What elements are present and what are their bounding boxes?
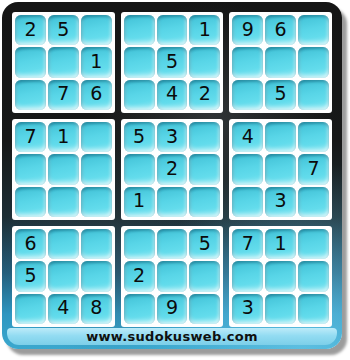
cell-r6c5[interactable] bbox=[157, 187, 188, 217]
cell-r4c4[interactable]: 5 bbox=[124, 122, 155, 152]
cell-r6c9[interactable] bbox=[298, 187, 329, 217]
box-1-3: 965 bbox=[229, 12, 332, 113]
cell-r2c3[interactable]: 1 bbox=[81, 47, 112, 77]
cell-r3c8[interactable]: 5 bbox=[265, 80, 296, 110]
cell-r2c6[interactable] bbox=[189, 47, 220, 77]
given-digit: 4 bbox=[166, 84, 178, 103]
cell-r7c1[interactable]: 6 bbox=[15, 229, 46, 259]
given-digit: 1 bbox=[199, 20, 211, 39]
box-3-1: 6548 bbox=[12, 226, 115, 327]
cell-r3c3[interactable]: 6 bbox=[81, 80, 112, 110]
cell-r5c3[interactable] bbox=[81, 154, 112, 184]
given-digit: 3 bbox=[275, 191, 287, 210]
cell-r4c2[interactable]: 1 bbox=[48, 122, 79, 152]
sudoku-board: 2517615429657153214736548529713 bbox=[12, 12, 332, 327]
cell-r2c7[interactable] bbox=[232, 47, 263, 77]
cell-r7c5[interactable] bbox=[157, 229, 188, 259]
given-digit: 1 bbox=[90, 52, 102, 71]
cell-r9c8[interactable] bbox=[265, 294, 296, 324]
given-digit: 4 bbox=[242, 127, 254, 146]
cell-r3c6[interactable]: 2 bbox=[189, 80, 220, 110]
cell-r6c7[interactable] bbox=[232, 187, 263, 217]
given-digit: 1 bbox=[133, 191, 145, 210]
cell-r7c3[interactable] bbox=[81, 229, 112, 259]
cell-r8c7[interactable] bbox=[232, 261, 263, 291]
given-digit: 5 bbox=[57, 20, 69, 39]
cell-r6c8[interactable]: 3 bbox=[265, 187, 296, 217]
given-digit: 5 bbox=[166, 52, 178, 71]
cell-r8c3[interactable] bbox=[81, 261, 112, 291]
given-digit: 2 bbox=[24, 20, 36, 39]
cell-r9c9[interactable] bbox=[298, 294, 329, 324]
cell-r1c3[interactable] bbox=[81, 15, 112, 45]
cell-r3c5[interactable]: 4 bbox=[157, 80, 188, 110]
cell-r4c7[interactable]: 4 bbox=[232, 122, 263, 152]
cell-r9c1[interactable] bbox=[15, 294, 46, 324]
cell-r3c9[interactable] bbox=[298, 80, 329, 110]
cell-r1c8[interactable]: 6 bbox=[265, 15, 296, 45]
cell-r7c8[interactable]: 1 bbox=[265, 229, 296, 259]
box-3-2: 529 bbox=[121, 226, 224, 327]
given-digit: 5 bbox=[275, 84, 287, 103]
cell-r1c2[interactable]: 5 bbox=[48, 15, 79, 45]
site-link[interactable]: www.sudokusweb.com bbox=[86, 329, 258, 344]
cell-r7c9[interactable] bbox=[298, 229, 329, 259]
box-2-2: 5321 bbox=[121, 119, 224, 220]
cell-r5c9[interactable]: 7 bbox=[298, 154, 329, 184]
given-digit: 5 bbox=[199, 234, 211, 253]
cell-r1c1[interactable]: 2 bbox=[15, 15, 46, 45]
given-digit: 8 bbox=[90, 298, 102, 317]
box-3-3: 713 bbox=[229, 226, 332, 327]
cell-r3c2[interactable]: 7 bbox=[48, 80, 79, 110]
given-digit: 3 bbox=[242, 298, 254, 317]
board-frame: 2517615429657153214736548529713 www.sudo… bbox=[2, 2, 342, 349]
cell-r5c2[interactable] bbox=[48, 154, 79, 184]
cell-r4c1[interactable]: 7 bbox=[15, 122, 46, 152]
cell-r6c6[interactable] bbox=[189, 187, 220, 217]
cell-r8c6[interactable] bbox=[189, 261, 220, 291]
cell-r7c4[interactable] bbox=[124, 229, 155, 259]
cell-r5c5[interactable]: 2 bbox=[157, 154, 188, 184]
given-digit: 2 bbox=[199, 84, 211, 103]
given-digit: 1 bbox=[57, 127, 69, 146]
given-digit: 7 bbox=[307, 159, 319, 178]
cell-r9c2[interactable]: 4 bbox=[48, 294, 79, 324]
given-digit: 6 bbox=[24, 234, 36, 253]
cell-r7c2[interactable] bbox=[48, 229, 79, 259]
cell-r5c1[interactable] bbox=[15, 154, 46, 184]
box-2-1: 71 bbox=[12, 119, 115, 220]
cell-r8c5[interactable] bbox=[157, 261, 188, 291]
given-digit: 9 bbox=[166, 298, 178, 317]
given-digit: 6 bbox=[90, 84, 102, 103]
cell-r6c4[interactable]: 1 bbox=[124, 187, 155, 217]
cell-r2c5[interactable]: 5 bbox=[157, 47, 188, 77]
cell-r9c6[interactable] bbox=[189, 294, 220, 324]
box-2-3: 473 bbox=[229, 119, 332, 220]
cell-r8c4[interactable]: 2 bbox=[124, 261, 155, 291]
given-digit: 3 bbox=[166, 127, 178, 146]
cell-r8c8[interactable] bbox=[265, 261, 296, 291]
given-digit: 5 bbox=[133, 127, 145, 146]
cell-r2c4[interactable] bbox=[124, 47, 155, 77]
cell-r4c5[interactable]: 3 bbox=[157, 122, 188, 152]
cell-r9c3[interactable]: 8 bbox=[81, 294, 112, 324]
cell-r1c4[interactable] bbox=[124, 15, 155, 45]
cell-r2c1[interactable] bbox=[15, 47, 46, 77]
given-digit: 1 bbox=[275, 234, 287, 253]
cell-r6c3[interactable] bbox=[81, 187, 112, 217]
cell-r7c7[interactable]: 7 bbox=[232, 229, 263, 259]
given-digit: 7 bbox=[57, 84, 69, 103]
cell-r6c2[interactable] bbox=[48, 187, 79, 217]
given-digit: 7 bbox=[242, 234, 254, 253]
cell-r4c8[interactable] bbox=[265, 122, 296, 152]
given-digit: 5 bbox=[24, 266, 36, 285]
cell-r2c2[interactable] bbox=[48, 47, 79, 77]
cell-r1c9[interactable] bbox=[298, 15, 329, 45]
cell-r2c8[interactable] bbox=[265, 47, 296, 77]
cell-r8c2[interactable] bbox=[48, 261, 79, 291]
box-1-1: 25176 bbox=[12, 12, 115, 113]
cell-r2c9[interactable] bbox=[298, 47, 329, 77]
given-digit: 7 bbox=[24, 127, 36, 146]
cell-r5c7[interactable] bbox=[232, 154, 263, 184]
cell-r3c7[interactable] bbox=[232, 80, 263, 110]
sudoku-page: 2517615429657153214736548529713 www.sudo… bbox=[0, 0, 350, 360]
cell-r1c6[interactable]: 1 bbox=[189, 15, 220, 45]
cell-r5c8[interactable] bbox=[265, 154, 296, 184]
cell-r8c9[interactable] bbox=[298, 261, 329, 291]
cell-r8c1[interactable]: 5 bbox=[15, 261, 46, 291]
given-digit: 2 bbox=[133, 266, 145, 285]
cell-r4c6[interactable] bbox=[189, 122, 220, 152]
cell-r1c7[interactable]: 9 bbox=[232, 15, 263, 45]
given-digit: 6 bbox=[275, 20, 287, 39]
cell-r5c4[interactable] bbox=[124, 154, 155, 184]
cell-r9c5[interactable]: 9 bbox=[157, 294, 188, 324]
cell-r9c7[interactable]: 3 bbox=[232, 294, 263, 324]
cell-r4c9[interactable] bbox=[298, 122, 329, 152]
cell-r6c1[interactable] bbox=[15, 187, 46, 217]
given-digit: 9 bbox=[242, 20, 254, 39]
cell-r7c6[interactable]: 5 bbox=[189, 229, 220, 259]
cell-r3c4[interactable] bbox=[124, 80, 155, 110]
cell-r9c4[interactable] bbox=[124, 294, 155, 324]
cell-r3c1[interactable] bbox=[15, 80, 46, 110]
cell-r4c3[interactable] bbox=[81, 122, 112, 152]
given-digit: 4 bbox=[57, 298, 69, 317]
box-1-2: 1542 bbox=[121, 12, 224, 113]
cell-r5c6[interactable] bbox=[189, 154, 220, 184]
footer-band: www.sudokusweb.com bbox=[7, 328, 337, 345]
cell-r1c5[interactable] bbox=[157, 15, 188, 45]
given-digit: 2 bbox=[166, 159, 178, 178]
